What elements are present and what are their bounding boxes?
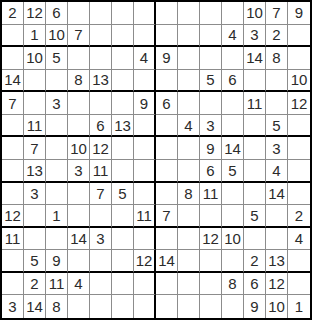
- cell-r4c13[interactable]: [266, 70, 288, 93]
- cell-r1c12[interactable]: 10: [244, 2, 266, 25]
- cell-r7c2[interactable]: 7: [24, 137, 46, 160]
- cell-r3c4[interactable]: [68, 47, 90, 70]
- cell-r12c5[interactable]: [90, 250, 112, 273]
- cell-r14c2[interactable]: 14: [24, 295, 46, 318]
- cell-r4c3[interactable]: [46, 70, 68, 93]
- cell-r1c13[interactable]: 7: [266, 2, 288, 25]
- cell-r4c6[interactable]: [112, 70, 134, 93]
- cell-r8c1[interactable]: [2, 160, 24, 183]
- cell-r10c2[interactable]: [24, 205, 46, 228]
- cell-r4c5[interactable]: 13: [90, 70, 112, 93]
- cell-r8c5[interactable]: 11: [90, 160, 112, 183]
- cell-r1c14[interactable]: 9: [288, 2, 310, 25]
- cell-r8c6[interactable]: [112, 160, 134, 183]
- cell-r1c2[interactable]: 12: [24, 2, 46, 25]
- cell-r10c12[interactable]: 5: [244, 205, 266, 228]
- cell-r4c11[interactable]: 6: [222, 70, 244, 93]
- cell-r13c1[interactable]: [2, 273, 24, 296]
- cell-r10c14[interactable]: 2: [288, 205, 310, 228]
- cell-r12c12[interactable]: 2: [244, 250, 266, 273]
- cell-r3c8[interactable]: 9: [156, 47, 178, 70]
- cell-r11c3[interactable]: [46, 228, 68, 251]
- cell-r1c5[interactable]: [90, 2, 112, 25]
- cell-r11c11[interactable]: 10: [222, 228, 244, 251]
- cell-r13c2[interactable]: 2: [24, 273, 46, 296]
- cell-r7c11[interactable]: 14: [222, 137, 244, 160]
- cell-r4c8[interactable]: [156, 70, 178, 93]
- cell-r14c8[interactable]: [156, 295, 178, 318]
- cell-r11c5[interactable]: 3: [90, 228, 112, 251]
- cell-r6c1[interactable]: [2, 115, 24, 138]
- cell-r10c11[interactable]: [222, 205, 244, 228]
- cell-r6c7[interactable]: [134, 115, 156, 138]
- cell-r9c4[interactable]: [68, 183, 90, 206]
- cell-r11c13[interactable]: [266, 228, 288, 251]
- cell-r12c8[interactable]: 14: [156, 250, 178, 273]
- cell-r7c12[interactable]: [244, 137, 266, 160]
- cell-r3c9[interactable]: [178, 47, 200, 70]
- cell-r8c7[interactable]: [134, 160, 156, 183]
- cell-r14c3[interactable]: 8: [46, 295, 68, 318]
- cell-r12c1[interactable]: [2, 250, 24, 273]
- cell-r10c13[interactable]: [266, 205, 288, 228]
- cell-r4c4[interactable]: 8: [68, 70, 90, 93]
- cell-r1c6[interactable]: [112, 2, 134, 25]
- cell-r14c5[interactable]: [90, 295, 112, 318]
- cell-r10c1[interactable]: 12: [2, 205, 24, 228]
- cell-r2c2[interactable]: 1: [24, 25, 46, 48]
- cell-r9c11[interactable]: [222, 183, 244, 206]
- cell-r13c7[interactable]: [134, 273, 156, 296]
- cell-r5c1[interactable]: 7: [2, 92, 24, 115]
- cell-r14c12[interactable]: 9: [244, 295, 266, 318]
- cell-r14c9[interactable]: [178, 295, 200, 318]
- cell-r6c14[interactable]: [288, 115, 310, 138]
- cell-r9c12[interactable]: [244, 183, 266, 206]
- cell-r1c8[interactable]: [156, 2, 178, 25]
- cell-r7c5[interactable]: 12: [90, 137, 112, 160]
- cell-r13c14[interactable]: [288, 273, 310, 296]
- cell-r10c6[interactable]: [112, 205, 134, 228]
- cell-r13c13[interactable]: 12: [266, 273, 288, 296]
- cell-r9c8[interactable]: [156, 183, 178, 206]
- cell-r14c1[interactable]: 3: [2, 295, 24, 318]
- cell-r3c3[interactable]: 5: [46, 47, 68, 70]
- cell-r7c9[interactable]: [178, 137, 200, 160]
- cell-r2c6[interactable]: [112, 25, 134, 48]
- cell-r7c13[interactable]: 3: [266, 137, 288, 160]
- cell-r5c5[interactable]: [90, 92, 112, 115]
- cell-r11c4[interactable]: 14: [68, 228, 90, 251]
- cell-r2c14[interactable]: [288, 25, 310, 48]
- cell-r11c12[interactable]: [244, 228, 266, 251]
- cell-r5c2[interactable]: [24, 92, 46, 115]
- cell-r1c1[interactable]: 2: [2, 2, 24, 25]
- cell-r6c10[interactable]: 3: [200, 115, 222, 138]
- cell-r14c4[interactable]: [68, 295, 90, 318]
- cell-r5c10[interactable]: [200, 92, 222, 115]
- cell-r1c10[interactable]: [200, 2, 222, 25]
- cell-r13c11[interactable]: 8: [222, 273, 244, 296]
- cell-r2c8[interactable]: [156, 25, 178, 48]
- cell-r10c8[interactable]: 7: [156, 205, 178, 228]
- cell-r6c8[interactable]: [156, 115, 178, 138]
- sudoku-board: 2126107911074321054914814813561073961112…: [0, 0, 312, 320]
- cell-r2c7[interactable]: [134, 25, 156, 48]
- cell-r3c10[interactable]: [200, 47, 222, 70]
- cell-r5c9[interactable]: [178, 92, 200, 115]
- cell-r1c3[interactable]: 6: [46, 2, 68, 25]
- cell-r2c3[interactable]: 10: [46, 25, 68, 48]
- cell-r2c9[interactable]: [178, 25, 200, 48]
- cell-r11c14[interactable]: 4: [288, 228, 310, 251]
- cell-r13c10[interactable]: [200, 273, 222, 296]
- cell-r12c6[interactable]: [112, 250, 134, 273]
- cell-r12c9[interactable]: [178, 250, 200, 273]
- cell-r14c11[interactable]: [222, 295, 244, 318]
- cell-r12c7[interactable]: 12: [134, 250, 156, 273]
- cell-r8c9[interactable]: [178, 160, 200, 183]
- cell-r14c10[interactable]: [200, 295, 222, 318]
- cell-r14c6[interactable]: [112, 295, 134, 318]
- cell-r6c4[interactable]: [68, 115, 90, 138]
- cell-r8c3[interactable]: [46, 160, 68, 183]
- cell-r1c9[interactable]: [178, 2, 200, 25]
- cell-r13c6[interactable]: [112, 273, 134, 296]
- cell-r8c8[interactable]: [156, 160, 178, 183]
- cell-r5c11[interactable]: [222, 92, 244, 115]
- cell-r2c13[interactable]: 2: [266, 25, 288, 48]
- cell-r5c14[interactable]: 12: [288, 92, 310, 115]
- cell-r10c7[interactable]: 11: [134, 205, 156, 228]
- cell-r3c6[interactable]: [112, 47, 134, 70]
- cell-r6c9[interactable]: 4: [178, 115, 200, 138]
- cell-r4c2[interactable]: [24, 70, 46, 93]
- cell-r13c8[interactable]: [156, 273, 178, 296]
- cell-r5c4[interactable]: [68, 92, 90, 115]
- cell-r13c9[interactable]: [178, 273, 200, 296]
- cell-r11c10[interactable]: 12: [200, 228, 222, 251]
- cell-r8c10[interactable]: 6: [200, 160, 222, 183]
- cell-r7c4[interactable]: 10: [68, 137, 90, 160]
- cell-r3c12[interactable]: 14: [244, 47, 266, 70]
- cell-r4c9[interactable]: [178, 70, 200, 93]
- cell-r11c7[interactable]: [134, 228, 156, 251]
- cell-r2c5[interactable]: [90, 25, 112, 48]
- cell-r7c1[interactable]: [2, 137, 24, 160]
- cell-r5c12[interactable]: 11: [244, 92, 266, 115]
- cell-r9c14[interactable]: [288, 183, 310, 206]
- cell-r11c9[interactable]: [178, 228, 200, 251]
- cell-r3c5[interactable]: [90, 47, 112, 70]
- cell-r14c13[interactable]: 10: [266, 295, 288, 318]
- cell-r12c4[interactable]: [68, 250, 90, 273]
- cell-r9c2[interactable]: 3: [24, 183, 46, 206]
- cell-r10c9[interactable]: [178, 205, 200, 228]
- cell-r2c4[interactable]: 7: [68, 25, 90, 48]
- cell-r2c10[interactable]: [200, 25, 222, 48]
- cell-r10c10[interactable]: [200, 205, 222, 228]
- cell-r5c6[interactable]: [112, 92, 134, 115]
- cell-r8c2[interactable]: 13: [24, 160, 46, 183]
- cell-r13c4[interactable]: 4: [68, 273, 90, 296]
- cell-r6c12[interactable]: [244, 115, 266, 138]
- cell-r9c1[interactable]: [2, 183, 24, 206]
- cell-r10c4[interactable]: [68, 205, 90, 228]
- cell-r9c10[interactable]: 11: [200, 183, 222, 206]
- cell-r3c14[interactable]: [288, 47, 310, 70]
- cell-r3c1[interactable]: [2, 47, 24, 70]
- cell-r9c3[interactable]: [46, 183, 68, 206]
- cell-r11c1[interactable]: 11: [2, 228, 24, 251]
- cell-r14c7[interactable]: [134, 295, 156, 318]
- cell-r9c13[interactable]: 14: [266, 183, 288, 206]
- cell-r5c3[interactable]: 3: [46, 92, 68, 115]
- cell-r10c3[interactable]: 1: [46, 205, 68, 228]
- cell-r13c3[interactable]: 11: [46, 273, 68, 296]
- cell-r2c12[interactable]: 3: [244, 25, 266, 48]
- cell-r4c7[interactable]: [134, 70, 156, 93]
- cell-r8c4[interactable]: 3: [68, 160, 90, 183]
- cell-r6c6[interactable]: 13: [112, 115, 134, 138]
- cell-r5c13[interactable]: [266, 92, 288, 115]
- cell-r5c8[interactable]: 6: [156, 92, 178, 115]
- cell-r9c5[interactable]: 7: [90, 183, 112, 206]
- cell-r12c13[interactable]: 13: [266, 250, 288, 273]
- cell-r4c12[interactable]: [244, 70, 266, 93]
- cell-r12c2[interactable]: 5: [24, 250, 46, 273]
- cell-r8c12[interactable]: [244, 160, 266, 183]
- cell-r1c11[interactable]: [222, 2, 244, 25]
- cell-r6c3[interactable]: [46, 115, 68, 138]
- cell-r1c7[interactable]: [134, 2, 156, 25]
- cell-r12c14[interactable]: [288, 250, 310, 273]
- cell-r3c11[interactable]: [222, 47, 244, 70]
- cell-r7c8[interactable]: [156, 137, 178, 160]
- cell-r14c14[interactable]: 1: [288, 295, 310, 318]
- cell-r9c7[interactable]: [134, 183, 156, 206]
- cell-r7c10[interactable]: 9: [200, 137, 222, 160]
- cell-r7c3[interactable]: [46, 137, 68, 160]
- cell-r10c5[interactable]: [90, 205, 112, 228]
- cell-r6c11[interactable]: [222, 115, 244, 138]
- cell-r5c7[interactable]: 9: [134, 92, 156, 115]
- cell-r3c2[interactable]: 10: [24, 47, 46, 70]
- cell-r4c1[interactable]: 14: [2, 70, 24, 93]
- cell-r6c13[interactable]: 5: [266, 115, 288, 138]
- cell-r7c6[interactable]: [112, 137, 134, 160]
- cell-r6c2[interactable]: 11: [24, 115, 46, 138]
- cell-r13c5[interactable]: [90, 273, 112, 296]
- cell-r11c6[interactable]: [112, 228, 134, 251]
- cell-r2c11[interactable]: 4: [222, 25, 244, 48]
- cell-r12c3[interactable]: 9: [46, 250, 68, 273]
- cell-r9c9[interactable]: 8: [178, 183, 200, 206]
- cell-r11c8[interactable]: [156, 228, 178, 251]
- cell-r7c7[interactable]: [134, 137, 156, 160]
- cell-r1c4[interactable]: [68, 2, 90, 25]
- cell-r8c14[interactable]: [288, 160, 310, 183]
- cell-r13c12[interactable]: 6: [244, 273, 266, 296]
- cell-r8c13[interactable]: 4: [266, 160, 288, 183]
- cell-r9c6[interactable]: 5: [112, 183, 134, 206]
- cell-r4c14[interactable]: 10: [288, 70, 310, 93]
- cell-r12c11[interactable]: [222, 250, 244, 273]
- cell-r2c1[interactable]: [2, 25, 24, 48]
- cell-r3c13[interactable]: 8: [266, 47, 288, 70]
- cell-r8c11[interactable]: 5: [222, 160, 244, 183]
- cell-r6c5[interactable]: 6: [90, 115, 112, 138]
- cell-r4c10[interactable]: 5: [200, 70, 222, 93]
- cell-r12c10[interactable]: [200, 250, 222, 273]
- cell-r3c7[interactable]: 4: [134, 47, 156, 70]
- cell-r7c14[interactable]: [288, 137, 310, 160]
- cell-r11c2[interactable]: [24, 228, 46, 251]
